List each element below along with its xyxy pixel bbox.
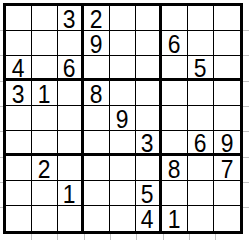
given-digit: 6: [168, 30, 181, 57]
gridline-tick: [243, 81, 249, 82]
sudoku-cell-r8c8[interactable]: [188, 181, 214, 206]
given-digit: 5: [141, 180, 154, 207]
sudoku-cell-r6c8[interactable]: 6: [188, 131, 214, 156]
gridline-tick: [243, 157, 249, 158]
sudoku-cell-r8c4[interactable]: [84, 181, 110, 206]
sudoku-cell-r3c6[interactable]: [136, 56, 162, 81]
sudoku-cell-r1c7[interactable]: [162, 6, 188, 31]
gridline-tick: [243, 106, 249, 107]
sudoku-cell-r9c7[interactable]: 1: [162, 206, 188, 231]
sudoku-cell-r4c9[interactable]: [214, 81, 240, 106]
sudoku-cell-r7c9[interactable]: 7: [214, 156, 240, 181]
given-digit: 4: [141, 205, 154, 232]
sudoku-cell-r4c3[interactable]: [58, 81, 84, 106]
gridline-tick: [136, 234, 137, 240]
gridline-tick: [189, 234, 190, 240]
sudoku-cell-r2c9[interactable]: [214, 31, 240, 56]
gridline-tick: [0, 131, 3, 132]
sudoku-cell-r4c6[interactable]: [136, 81, 162, 106]
given-digit: 8: [90, 80, 103, 107]
sudoku-cell-r9c9[interactable]: [214, 206, 240, 231]
sudoku-cell-r8c3[interactable]: 1: [58, 181, 84, 206]
sudoku-cell-r2c7[interactable]: 6: [162, 31, 188, 56]
sudoku-cell-r6c9[interactable]: 9: [214, 131, 240, 156]
gridline-tick: [243, 182, 249, 183]
sudoku-cell-r6c1[interactable]: [6, 131, 32, 156]
gridline-tick: [215, 234, 216, 240]
sudoku-cell-r8c9[interactable]: [214, 181, 240, 206]
sudoku-cell-r2c6[interactable]: [136, 31, 162, 56]
given-digit: 9: [116, 105, 129, 132]
gridline-tick: [163, 234, 164, 240]
sudoku-cell-r3c4[interactable]: [84, 56, 110, 81]
sudoku-cell-r3c7[interactable]: [162, 56, 188, 81]
sudoku-cell-r3c3[interactable]: 6: [58, 56, 84, 81]
gridline-tick: [57, 234, 58, 240]
sudoku-cell-r5c7[interactable]: [162, 106, 188, 131]
given-digit: 6: [194, 129, 207, 156]
gridline-tick: [0, 106, 3, 107]
gridline-tick: [0, 55, 3, 56]
gridline-tick: [0, 182, 3, 183]
sudoku-cell-r8c5[interactable]: [110, 181, 136, 206]
sudoku-cell-r4c8[interactable]: [188, 81, 214, 106]
sudoku-cell-r3c5[interactable]: [110, 56, 136, 81]
sudoku-cell-r9c4[interactable]: [84, 206, 110, 231]
gridline-tick: [243, 131, 249, 132]
sudoku-cell-r4c7[interactable]: [162, 81, 188, 106]
given-digit: 1: [38, 80, 51, 107]
sudoku-cell-r7c1[interactable]: [6, 156, 32, 181]
sudoku-cell-r9c3[interactable]: [58, 206, 84, 231]
given-digit: 4: [12, 54, 25, 81]
sudoku-cell-r7c7[interactable]: 8: [162, 156, 188, 181]
sudoku-cell-r7c5[interactable]: [110, 156, 136, 181]
sudoku-cell-r1c8[interactable]: [188, 6, 214, 31]
gridline-tick: [0, 207, 3, 208]
sudoku-cell-r1c5[interactable]: [110, 6, 136, 31]
given-digit: 1: [168, 205, 181, 232]
sudoku-cell-r8c6[interactable]: 5: [136, 181, 162, 206]
sudoku-cell-r5c4[interactable]: [84, 106, 110, 131]
sudoku-cell-r9c6[interactable]: 4: [136, 206, 162, 231]
sudoku-cell-r2c4[interactable]: 9: [84, 31, 110, 56]
sudoku-cell-r1c3[interactable]: 3: [58, 6, 84, 31]
sudoku-cell-r7c8[interactable]: [188, 156, 214, 181]
given-digit: 9: [221, 129, 234, 156]
gridline-tick: [31, 234, 32, 240]
sudoku-cell-r3c1[interactable]: 4: [6, 56, 32, 81]
sudoku-cell-r5c5[interactable]: 9: [110, 106, 136, 131]
sudoku-cell-r4c5[interactable]: [110, 81, 136, 106]
sudoku-cell-r1c4[interactable]: 2: [84, 6, 110, 31]
sudoku-cell-r6c6[interactable]: 3: [136, 131, 162, 156]
given-digit: 3: [12, 80, 25, 107]
sudoku-cell-r3c9[interactable]: [214, 56, 240, 81]
sudoku-cell-r7c6[interactable]: [136, 156, 162, 181]
sudoku-cell-r2c5[interactable]: [110, 31, 136, 56]
given-digit: 5: [194, 54, 207, 81]
given-digit: 2: [38, 155, 51, 182]
sudoku-cell-r1c2[interactable]: [32, 6, 58, 31]
sudoku-cell-r2c2[interactable]: [32, 31, 58, 56]
sudoku-cell-r9c2[interactable]: [32, 206, 58, 231]
sudoku-cell-r3c2[interactable]: [32, 56, 58, 81]
sudoku-cell-r8c1[interactable]: [6, 181, 32, 206]
given-digit: 9: [90, 30, 103, 57]
sudoku-cell-r5c3[interactable]: [58, 106, 84, 131]
sudoku-cell-r8c2[interactable]: [32, 181, 58, 206]
gridline-tick: [0, 30, 3, 31]
given-digit: 3: [141, 129, 154, 156]
sudoku-cell-r1c9[interactable]: [214, 6, 240, 31]
gridline-tick: [0, 81, 3, 82]
sudoku-cell-r3c8[interactable]: 5: [188, 56, 214, 81]
sudoku-cell-r6c3[interactable]: [58, 131, 84, 156]
gridline-tick: [243, 207, 249, 208]
sudoku-screenshot: 329646531893692871541: [0, 0, 252, 242]
sudoku-cell-r6c7[interactable]: [162, 131, 188, 156]
given-digit: 6: [63, 54, 76, 81]
sudoku-cell-r9c8[interactable]: [188, 206, 214, 231]
sudoku-board: 329646531893692871541: [3, 3, 243, 234]
gridline-tick: [243, 55, 249, 56]
sudoku-cell-r1c6[interactable]: [136, 6, 162, 31]
gridline-tick: [243, 30, 249, 31]
gridline-tick: [84, 234, 85, 240]
given-digit: 1: [63, 180, 76, 207]
sudoku-cell-r6c4[interactable]: [84, 131, 110, 156]
sudoku-cell-r6c2[interactable]: [32, 131, 58, 156]
sudoku-cell-r7c3[interactable]: [58, 156, 84, 181]
sudoku-cell-r8c7[interactable]: [162, 181, 188, 206]
sudoku-cell-r4c1[interactable]: 3: [6, 81, 32, 106]
gridline-tick: [0, 157, 3, 158]
sudoku-cell-r6c5[interactable]: [110, 131, 136, 156]
sudoku-cell-r1c1[interactable]: [6, 6, 32, 31]
given-digit: 8: [168, 155, 181, 182]
sudoku-cell-r4c2[interactable]: 1: [32, 81, 58, 106]
sudoku-cell-r9c1[interactable]: [6, 206, 32, 231]
given-digit: 2: [90, 5, 103, 32]
given-digit: 3: [63, 5, 76, 32]
given-digit: 7: [221, 155, 234, 182]
gridline-tick: [110, 234, 111, 240]
sudoku-cell-r9c5[interactable]: [110, 206, 136, 231]
sudoku-cell-r7c4[interactable]: [84, 156, 110, 181]
sudoku-cell-r4c4[interactable]: 8: [84, 81, 110, 106]
sudoku-cell-r7c2[interactable]: 2: [32, 156, 58, 181]
sudoku-cell-r5c2[interactable]: [32, 106, 58, 131]
sudoku-cell-r5c1[interactable]: [6, 106, 32, 131]
